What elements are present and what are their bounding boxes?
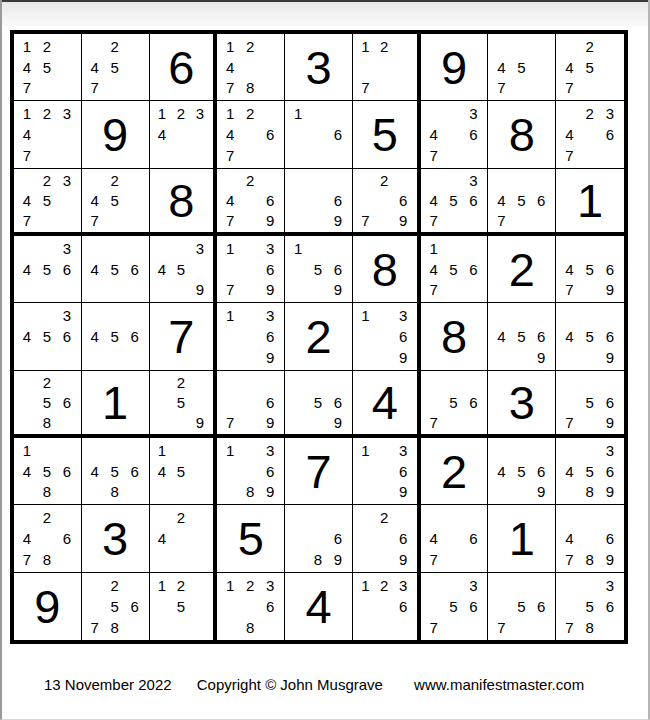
cell-r4c9[interactable]: 45679 xyxy=(556,236,624,303)
candidate-digit: 7 xyxy=(424,210,444,230)
candidate-digit xyxy=(260,103,280,124)
candidate-digit xyxy=(171,124,190,145)
placed-digit: 3 xyxy=(305,44,331,91)
cell-r3c1[interactable]: 23457 xyxy=(14,169,82,236)
candidate-digit xyxy=(444,549,464,570)
candidate-digit: 7 xyxy=(424,412,444,432)
candidate-digit xyxy=(240,259,260,280)
candidate-digit: 8 xyxy=(37,549,57,570)
cell-r7c5[interactable]: 7 xyxy=(285,438,353,505)
candidate-digit: 7 xyxy=(220,280,240,301)
candidate-digit xyxy=(57,507,77,528)
candidate-digit xyxy=(153,373,172,393)
candidate-digit xyxy=(105,347,125,368)
cell-r8c9[interactable]: 46789 xyxy=(556,505,624,572)
top-strip xyxy=(2,0,648,26)
candidate-digit xyxy=(444,280,464,301)
candidate-digit: 4 xyxy=(559,259,579,280)
candidate-digit xyxy=(464,280,484,301)
candidate-digit: 4 xyxy=(424,528,444,549)
candidate-digit xyxy=(17,171,37,191)
cell-r1c3[interactable]: 6 xyxy=(150,34,218,101)
candidate-digit xyxy=(153,412,172,432)
candidate-digit: 4 xyxy=(85,57,105,78)
cell-r4c2[interactable]: 456 xyxy=(82,236,150,303)
candidate-digit xyxy=(240,596,260,617)
cell-r1c8[interactable]: 457 xyxy=(488,34,556,101)
candidate-digit: 4 xyxy=(17,190,37,210)
cell-r2c2[interactable]: 9 xyxy=(82,101,150,168)
candidate-digit xyxy=(153,507,172,528)
cell-r3c8[interactable]: 4567 xyxy=(488,169,556,236)
cell-r5c9[interactable]: 4569 xyxy=(556,303,624,370)
candidate-digit xyxy=(308,124,328,145)
candidate-digit xyxy=(153,596,172,617)
cell-r2c5[interactable]: 16 xyxy=(285,101,353,168)
candidate-digit xyxy=(559,392,579,412)
candidate-digit xyxy=(579,507,599,528)
candidate-digit: 5 xyxy=(171,392,190,412)
candidate-digit xyxy=(153,392,172,412)
cell-r9c9[interactable]: 35678 xyxy=(556,573,624,640)
candidate-digit: 7 xyxy=(559,617,579,638)
candidate-digit: 6 xyxy=(600,124,620,145)
candidate-digit: 1 xyxy=(220,238,240,259)
candidate-digit: 9 xyxy=(260,280,280,301)
candidate-digit: 9 xyxy=(260,347,280,368)
candidate-digit xyxy=(37,210,57,230)
candidate-digit: 7 xyxy=(85,78,105,99)
candidate-digit xyxy=(600,373,620,393)
candidate-digit: 5 xyxy=(579,392,599,412)
candidate-digit xyxy=(57,78,77,99)
cell-r8c5[interactable]: 689 xyxy=(285,505,353,572)
candidate-digit xyxy=(356,190,375,210)
cell-r2c7[interactable]: 3467 xyxy=(421,101,489,168)
candidate-digit xyxy=(57,280,77,301)
candidate-digit xyxy=(375,596,394,617)
candidate-digit: 5 xyxy=(105,461,125,482)
cell-r1c5[interactable]: 3 xyxy=(285,34,353,101)
candidate-digit xyxy=(328,103,348,124)
cell-r5c3[interactable]: 7 xyxy=(150,303,218,370)
candidate-digit xyxy=(356,596,375,617)
candidate-digit: 6 xyxy=(328,259,348,280)
candidate-digit xyxy=(240,238,260,259)
cell-r3c4[interactable]: 24679 xyxy=(217,169,285,236)
cell-r2c9[interactable]: 23467 xyxy=(556,101,624,168)
candidate-digit xyxy=(171,617,190,638)
candidate-digit: 1 xyxy=(17,440,37,461)
candidate-digit: 5 xyxy=(444,392,464,412)
candidate-digit: 4 xyxy=(17,528,37,549)
candidate-digit xyxy=(125,238,145,259)
candidate-digit: 2 xyxy=(240,103,260,124)
placed-digit: 9 xyxy=(34,583,60,630)
candidate-digit xyxy=(240,412,260,432)
cell-r9c2[interactable]: 25678 xyxy=(82,573,150,640)
candidate-digit xyxy=(579,373,599,393)
cell-r4c3[interactable]: 3459 xyxy=(150,236,218,303)
candidate-digit xyxy=(424,507,444,528)
cell-r8c2[interactable]: 3 xyxy=(82,505,150,572)
cell-r6c2[interactable]: 1 xyxy=(82,371,150,438)
candidate-digit xyxy=(190,507,209,528)
candidate-digit xyxy=(600,617,620,638)
cell-r5c6[interactable]: 1369 xyxy=(353,303,421,370)
cell-r8c4[interactable]: 5 xyxy=(217,505,285,572)
cell-r6c6[interactable]: 4 xyxy=(353,371,421,438)
candidate-digit: 7 xyxy=(559,549,579,570)
cell-r2c1[interactable]: 12347 xyxy=(14,101,82,168)
candidate-digit: 1 xyxy=(153,575,172,596)
cell-r1c9[interactable]: 2457 xyxy=(556,34,624,101)
cell-r6c5[interactable]: 569 xyxy=(285,371,353,438)
candidate-digit xyxy=(375,440,394,461)
cell-r1c2[interactable]: 2457 xyxy=(82,34,150,101)
placed-digit: 8 xyxy=(509,111,535,158)
candidate-digit: 5 xyxy=(579,326,599,347)
cell-r4c8[interactable]: 2 xyxy=(488,236,556,303)
candidate-digit xyxy=(105,440,125,461)
candidate-digit xyxy=(394,78,413,99)
candidate-digit xyxy=(105,280,125,301)
candidate-digit xyxy=(57,440,77,461)
candidate-digit: 6 xyxy=(57,259,77,280)
candidate-digit: 7 xyxy=(356,210,375,230)
cell-r2c3[interactable]: 1234 xyxy=(150,101,218,168)
candidate-digit: 4 xyxy=(17,259,37,280)
candidate-digit: 7 xyxy=(17,145,37,166)
placed-digit: 9 xyxy=(102,111,128,158)
candidate-digit xyxy=(37,440,57,461)
candidate-digit: 4 xyxy=(559,528,579,549)
candidate-digit: 2 xyxy=(37,36,57,57)
cell-r1c4[interactable]: 12478 xyxy=(217,34,285,101)
cell-r9c1[interactable]: 9 xyxy=(14,573,82,640)
candidate-digit xyxy=(171,145,190,166)
candidate-digit: 9 xyxy=(260,412,280,432)
candidate-digit: 5 xyxy=(579,57,599,78)
candidate-digit: 5 xyxy=(171,259,190,280)
candidate-digit xyxy=(37,124,57,145)
candidate-digit xyxy=(190,528,209,549)
cell-r9c3[interactable]: 125 xyxy=(150,573,218,640)
candidate-digit: 4 xyxy=(559,461,579,482)
cell-r9c5[interactable]: 4 xyxy=(285,573,353,640)
candidate-digit xyxy=(328,507,348,528)
cell-r4c1[interactable]: 3456 xyxy=(14,236,82,303)
cell-r5c2[interactable]: 456 xyxy=(82,303,150,370)
candidate-digit xyxy=(424,103,444,124)
candidate-digit: 5 xyxy=(511,57,531,78)
candidate-digit xyxy=(171,528,190,549)
candidate-digit xyxy=(190,549,209,570)
placed-digit: 1 xyxy=(102,379,128,426)
candidate-digit xyxy=(308,280,328,301)
cell-r6c8[interactable]: 3 xyxy=(488,371,556,438)
candidate-digit xyxy=(464,145,484,166)
candidate-digit: 7 xyxy=(220,145,240,166)
candidate-digit xyxy=(511,305,531,326)
candidate-digit xyxy=(356,347,375,368)
candidate-digit: 5 xyxy=(37,461,57,482)
candidate-digit xyxy=(288,190,308,210)
candidate-digit: 6 xyxy=(600,596,620,617)
placed-digit: 5 xyxy=(372,111,398,158)
candidate-digit xyxy=(260,145,280,166)
candidate-digit: 4 xyxy=(220,57,240,78)
candidate-digit: 1 xyxy=(356,440,375,461)
candidate-digit xyxy=(579,238,599,259)
candidate-digit: 2 xyxy=(579,36,599,57)
candidate-digit: 1 xyxy=(220,103,240,124)
candidate-digit: 9 xyxy=(394,549,413,570)
candidate-digit xyxy=(375,190,394,210)
cell-r5c8[interactable]: 4569 xyxy=(488,303,556,370)
cell-r8c6[interactable]: 269 xyxy=(353,505,421,572)
cell-r9c7[interactable]: 3567 xyxy=(421,573,489,640)
cell-r4c4[interactable]: 13679 xyxy=(217,236,285,303)
candidate-digit xyxy=(125,347,145,368)
cell-r4c5[interactable]: 1569 xyxy=(285,236,353,303)
candidate-digit: 1 xyxy=(153,103,172,124)
cell-r3c7[interactable]: 34567 xyxy=(421,169,489,236)
footer-website[interactable]: www.manifestmaster.com xyxy=(414,676,584,693)
candidate-digit: 5 xyxy=(579,461,599,482)
candidate-digit: 6 xyxy=(57,326,77,347)
candidate-digit xyxy=(260,36,280,57)
candidate-digit xyxy=(171,412,190,432)
candidate-digit xyxy=(17,412,37,432)
cell-r1c1[interactable]: 12457 xyxy=(14,34,82,101)
candidate-digit xyxy=(288,210,308,230)
candidate-digit: 5 xyxy=(105,190,125,210)
candidate-digit: 4 xyxy=(153,461,172,482)
candidate-digit: 4 xyxy=(85,190,105,210)
candidate-digit xyxy=(220,171,240,191)
candidate-digit xyxy=(394,617,413,638)
candidate-digit: 6 xyxy=(600,326,620,347)
candidate-digit: 7 xyxy=(85,617,105,638)
candidate-digit xyxy=(394,507,413,528)
candidate-digit: 7 xyxy=(559,78,579,99)
candidate-digit xyxy=(464,210,484,230)
cell-r7c8[interactable]: 4569 xyxy=(488,438,556,505)
cell-r1c6[interactable]: 127 xyxy=(353,34,421,101)
candidate-digit xyxy=(220,392,240,412)
cell-r3c3[interactable]: 8 xyxy=(150,169,218,236)
candidate-digit xyxy=(85,596,105,617)
candidate-digit xyxy=(85,305,105,326)
candidate-digit: 5 xyxy=(444,190,464,210)
candidate-digit xyxy=(85,36,105,57)
candidate-digit xyxy=(511,617,531,638)
cell-r4c7[interactable]: 14567 xyxy=(421,236,489,303)
candidate-digit xyxy=(531,440,551,461)
candidate-digit: 5 xyxy=(308,259,328,280)
candidate-digit: 6 xyxy=(328,190,348,210)
candidate-digit xyxy=(17,347,37,368)
cell-r7c9[interactable]: 345689 xyxy=(556,438,624,505)
cell-r6c1[interactable]: 2568 xyxy=(14,371,82,438)
candidate-digit xyxy=(190,461,209,482)
candidate-digit xyxy=(240,210,260,230)
cell-r4c6[interactable]: 8 xyxy=(353,236,421,303)
candidate-digit xyxy=(600,507,620,528)
candidate-digit: 1 xyxy=(17,36,37,57)
cell-r3c2[interactable]: 2457 xyxy=(82,169,150,236)
candidate-digit: 5 xyxy=(37,259,57,280)
candidate-digit xyxy=(288,549,308,570)
candidate-digit: 1 xyxy=(153,440,172,461)
candidate-digit: 7 xyxy=(424,145,444,166)
candidate-digit xyxy=(356,482,375,503)
placed-digit: 8 xyxy=(168,177,194,224)
candidate-digit: 3 xyxy=(57,305,77,326)
cell-r1c7[interactable]: 9 xyxy=(421,34,489,101)
cell-r7c3[interactable]: 145 xyxy=(150,438,218,505)
candidate-digit xyxy=(559,596,579,617)
candidate-digit xyxy=(559,440,579,461)
cell-r8c7[interactable]: 467 xyxy=(421,505,489,572)
candidate-digit: 6 xyxy=(125,326,145,347)
candidate-digit: 1 xyxy=(424,238,444,259)
candidate-digit xyxy=(444,145,464,166)
candidate-digit: 6 xyxy=(600,461,620,482)
candidate-digit: 4 xyxy=(85,259,105,280)
candidate-digit xyxy=(240,347,260,368)
candidate-digit: 7 xyxy=(559,412,579,432)
candidate-digit: 6 xyxy=(57,528,77,549)
candidate-digit xyxy=(260,171,280,191)
candidate-digit: 8 xyxy=(240,482,260,503)
cell-r6c9[interactable]: 5679 xyxy=(556,371,624,438)
cell-r6c3[interactable]: 259 xyxy=(150,371,218,438)
candidate-digit xyxy=(308,412,328,432)
cell-r7c1[interactable]: 14568 xyxy=(14,438,82,505)
candidate-digit xyxy=(85,575,105,596)
candidate-digit: 6 xyxy=(464,259,484,280)
candidate-digit: 9 xyxy=(328,549,348,570)
cell-r2c8[interactable]: 8 xyxy=(488,101,556,168)
candidate-digit: 5 xyxy=(171,461,190,482)
placed-digit: 7 xyxy=(305,448,331,495)
candidate-digit xyxy=(37,305,57,326)
cell-r9c8[interactable]: 567 xyxy=(488,573,556,640)
candidate-digit xyxy=(260,373,280,393)
candidate-digit: 2 xyxy=(105,36,125,57)
candidate-digit: 8 xyxy=(37,412,57,432)
candidate-digit xyxy=(328,238,348,259)
cell-r3c5[interactable]: 69 xyxy=(285,169,353,236)
candidate-digit: 2 xyxy=(171,103,190,124)
candidate-digit xyxy=(220,596,240,617)
candidate-digit xyxy=(125,280,145,301)
candidate-digit: 9 xyxy=(600,280,620,301)
candidate-digit xyxy=(375,326,394,347)
cell-r2c6[interactable]: 5 xyxy=(353,101,421,168)
cell-r3c6[interactable]: 2679 xyxy=(353,169,421,236)
candidate-digit xyxy=(240,326,260,347)
cell-r7c7[interactable]: 2 xyxy=(421,438,489,505)
candidate-digit xyxy=(559,373,579,393)
candidate-digit: 6 xyxy=(260,124,280,145)
candidate-digit xyxy=(375,347,394,368)
cell-r9c6[interactable]: 1236 xyxy=(353,573,421,640)
cell-r8c1[interactable]: 24678 xyxy=(14,505,82,572)
cell-r5c4[interactable]: 1369 xyxy=(217,303,285,370)
candidate-digit xyxy=(444,373,464,393)
candidate-digit: 3 xyxy=(57,103,77,124)
candidate-digit: 3 xyxy=(600,440,620,461)
cell-r6c7[interactable]: 567 xyxy=(421,371,489,438)
candidate-digit xyxy=(125,78,145,99)
candidate-digit: 6 xyxy=(125,596,145,617)
cell-r2c4[interactable]: 12467 xyxy=(217,101,285,168)
candidate-digit: 5 xyxy=(37,190,57,210)
cell-r7c6[interactable]: 1369 xyxy=(353,438,421,505)
candidate-digit xyxy=(171,238,190,259)
candidate-digit: 3 xyxy=(394,305,413,326)
candidate-digit xyxy=(531,575,551,596)
candidate-digit xyxy=(171,440,190,461)
candidate-digit: 3 xyxy=(394,575,413,596)
cell-r8c8[interactable]: 1 xyxy=(488,505,556,572)
candidate-digit xyxy=(491,36,511,57)
candidate-digit xyxy=(328,373,348,393)
candidate-digit xyxy=(491,171,511,191)
cell-r7c2[interactable]: 4568 xyxy=(82,438,150,505)
cell-r5c5[interactable]: 2 xyxy=(285,303,353,370)
cell-r3c9[interactable]: 1 xyxy=(556,169,624,236)
candidate-digit: 8 xyxy=(579,617,599,638)
candidate-digit xyxy=(260,78,280,99)
candidate-digit xyxy=(511,36,531,57)
cell-r7c4[interactable]: 13689 xyxy=(217,438,285,505)
candidate-digit xyxy=(600,145,620,166)
candidate-digit xyxy=(600,57,620,78)
candidate-digit: 6 xyxy=(464,392,484,412)
candidate-digit: 7 xyxy=(424,549,444,570)
candidate-digit: 6 xyxy=(464,596,484,617)
candidate-digit xyxy=(394,57,413,78)
placed-digit: 3 xyxy=(102,515,128,562)
candidate-digit xyxy=(125,305,145,326)
cell-r8c3[interactable]: 24 xyxy=(150,505,218,572)
footer: 13 November 2022 Copyright © John Musgra… xyxy=(44,676,584,693)
candidate-digit: 5 xyxy=(37,57,57,78)
candidate-digit xyxy=(308,528,328,549)
candidate-digit xyxy=(220,461,240,482)
candidate-digit xyxy=(288,412,308,432)
candidate-digit xyxy=(375,57,394,78)
placed-digit: 8 xyxy=(441,313,467,360)
candidate-digit xyxy=(153,145,172,166)
candidate-digit: 4 xyxy=(491,190,511,210)
candidate-digit: 1 xyxy=(356,575,375,596)
candidate-digit xyxy=(85,347,105,368)
candidate-digit xyxy=(190,596,209,617)
candidate-digit xyxy=(57,57,77,78)
candidate-digit xyxy=(125,575,145,596)
candidate-digit xyxy=(57,482,77,503)
cell-r6c4[interactable]: 679 xyxy=(217,371,285,438)
candidate-digit: 8 xyxy=(579,549,599,570)
cell-r5c7[interactable]: 8 xyxy=(421,303,489,370)
cell-r5c1[interactable]: 3456 xyxy=(14,303,82,370)
cell-r9c4[interactable]: 12368 xyxy=(217,573,285,640)
